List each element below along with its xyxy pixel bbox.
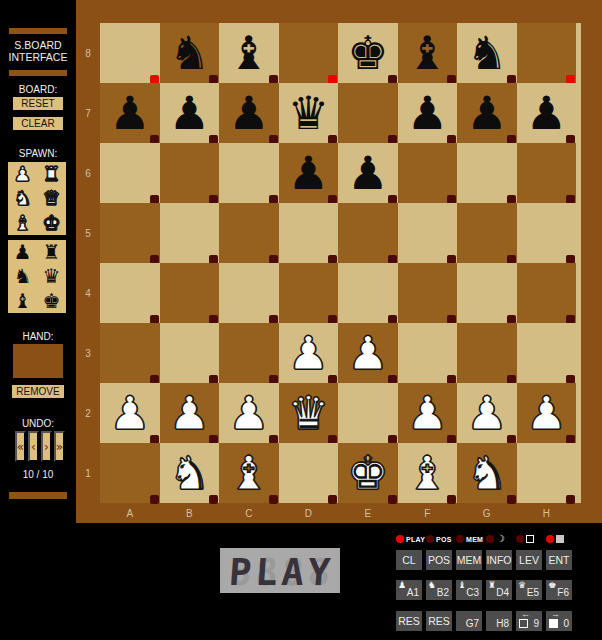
- undo-back-button[interactable]: ‹: [28, 431, 39, 462]
- square-h1[interactable]: [517, 443, 577, 503]
- black-pawn: ♟: [279, 143, 339, 203]
- square-g8[interactable]: ♞: [457, 23, 517, 83]
- rank-label-6: 6: [76, 143, 100, 203]
- board-edge-strip: [576, 23, 581, 503]
- cl-button[interactable]: CL: [396, 550, 422, 570]
- 0-button[interactable]: →0: [546, 611, 572, 631]
- h8-button[interactable]: H8: [486, 611, 512, 631]
- rank-label-2: 2: [76, 383, 100, 443]
- square-b4[interactable]: [160, 263, 220, 323]
- black-knight: ♞: [160, 23, 220, 83]
- led-off: [456, 535, 464, 543]
- spawn-black-rook[interactable]: ♜: [37, 240, 66, 264]
- spawn-white-rook[interactable]: ♜: [37, 162, 66, 186]
- button-label: 0: [563, 618, 569, 629]
- white-pawn: ♟: [338, 323, 398, 383]
- black-pawn: ♟: [160, 83, 220, 143]
- undo-counter: 10 / 10: [0, 469, 76, 480]
- spawn-white-queen[interactable]: ♛: [37, 186, 66, 210]
- white-pawn: ♟: [160, 383, 220, 443]
- square-d7[interactable]: ♛: [279, 83, 339, 143]
- square-h5[interactable]: [517, 203, 577, 263]
- square-h8[interactable]: [517, 23, 577, 83]
- square-f8[interactable]: ♝: [398, 23, 458, 83]
- spawn-black-pawn[interactable]: ♟: [8, 240, 37, 264]
- file-labels: ABCDEFGH: [100, 503, 576, 523]
- file-label-h: H: [517, 503, 577, 523]
- led-off: [426, 535, 434, 543]
- square-b1[interactable]: ♞: [160, 443, 220, 503]
- white-pawn: ♟: [398, 383, 458, 443]
- square-b8[interactable]: ♞: [160, 23, 220, 83]
- g7-button[interactable]: G7: [456, 611, 482, 631]
- black-bishop-icon: ♝: [14, 291, 32, 311]
- undo-controls: «‹›»: [15, 431, 65, 462]
- square-c6[interactable]: [219, 143, 279, 203]
- d4-button[interactable]: ♜D4: [486, 580, 512, 600]
- black-king: ♚: [338, 23, 398, 83]
- square-b6[interactable]: [160, 143, 220, 203]
- rank-label-4: 4: [76, 263, 100, 323]
- led-label: PLAY: [406, 536, 425, 543]
- square-e8[interactable]: ♚: [338, 23, 398, 83]
- mem-button[interactable]: MEM: [456, 550, 482, 570]
- black-pawn: ♟: [398, 83, 458, 143]
- white-pawn: ♟: [100, 383, 160, 443]
- spawn-section-label: SPAWN:: [0, 148, 76, 159]
- square-g5[interactable]: [457, 203, 517, 263]
- e5-button[interactable]: ♛E5: [516, 580, 542, 600]
- square-g6[interactable]: [457, 143, 517, 203]
- divider-bar: [9, 492, 67, 499]
- white-rook-icon: ♜: [43, 164, 61, 184]
- info-button[interactable]: INFO: [486, 550, 512, 570]
- led-indicator-square-filled: [546, 533, 564, 545]
- file-label-b: B: [160, 503, 220, 523]
- left-arrow-icon: ←: [521, 609, 530, 619]
- button-label: C3: [466, 587, 479, 598]
- king-icon: ♚: [548, 580, 556, 590]
- hand-section-label: HAND:: [0, 331, 76, 342]
- undo-section-label: UNDO:: [0, 418, 76, 429]
- square-d3[interactable]: ♟: [279, 323, 339, 383]
- square-e7[interactable]: [338, 83, 398, 143]
- spawn-black-queen[interactable]: ♛: [37, 264, 66, 288]
- white-knight: ♞: [457, 443, 517, 503]
- file-label-e: E: [338, 503, 398, 523]
- square-b5[interactable]: [160, 203, 220, 263]
- square-f7[interactable]: ♟: [398, 83, 458, 143]
- square-e3[interactable]: ♟: [338, 323, 398, 383]
- black-pawn: ♟: [517, 83, 577, 143]
- square-f5[interactable]: [398, 203, 458, 263]
- white-bishop: ♝: [398, 443, 458, 503]
- 9-button[interactable]: ←9: [516, 611, 542, 631]
- spawn-black-knight[interactable]: ♞: [8, 264, 37, 288]
- remove-button[interactable]: REMOVE: [12, 385, 64, 398]
- button-label: F6: [557, 587, 569, 598]
- button-label: 9: [533, 618, 539, 629]
- square-a5[interactable]: [100, 203, 160, 263]
- bishop-icon: ♝: [458, 580, 466, 590]
- square-d8[interactable]: [279, 23, 339, 83]
- square-d4[interactable]: [279, 263, 339, 323]
- square-e6[interactable]: ♟: [338, 143, 398, 203]
- sidebar: S.BOARD INTERFACE BOARD: RESET CLEAR SPA…: [0, 0, 76, 640]
- square-g7[interactable]: ♟: [457, 83, 517, 143]
- res-button-2[interactable]: RES: [426, 611, 452, 631]
- ent-button[interactable]: ENT: [546, 550, 572, 570]
- res-button-1[interactable]: RES: [396, 611, 422, 631]
- square-a7[interactable]: ♟: [100, 83, 160, 143]
- rank-label-7: 7: [76, 83, 100, 143]
- square-d6[interactable]: ♟: [279, 143, 339, 203]
- white-bishop: ♝: [219, 443, 279, 503]
- button-label: B2: [437, 587, 449, 598]
- right-arrow-icon: →: [551, 609, 560, 619]
- button-label: E5: [527, 587, 539, 598]
- lcd-text: PLAY: [227, 551, 335, 593]
- f6-button[interactable]: ♚F6: [546, 580, 572, 600]
- queen-icon: ♛: [518, 580, 526, 590]
- c3-button[interactable]: ♝C3: [456, 580, 482, 600]
- white-pawn-icon: ♟: [14, 164, 32, 184]
- square-outline-icon: [526, 535, 534, 543]
- moon-icon: ☽: [496, 534, 505, 544]
- white-king: ♚: [338, 443, 398, 503]
- square-g3[interactable]: [457, 323, 517, 383]
- square-h2[interactable]: ♟: [517, 383, 577, 443]
- square-h3[interactable]: [517, 323, 577, 383]
- led-indicator-mem: MEM: [456, 533, 483, 545]
- rank-labels: 87654321: [76, 23, 100, 503]
- lcd-display: 8888 PLAY: [220, 548, 340, 593]
- clear-button[interactable]: CLEAR: [13, 117, 63, 130]
- button-label: A1: [407, 587, 419, 598]
- square-e1[interactable]: ♚: [338, 443, 398, 503]
- square-h4[interactable]: [517, 263, 577, 323]
- spawn-white-pawn[interactable]: ♟: [8, 162, 37, 186]
- white-pawn: ♟: [457, 383, 517, 443]
- spawn-panel-white: ♟♜♞♛♝♚: [8, 162, 66, 235]
- square-e5[interactable]: [338, 203, 398, 263]
- sidebar-title-line1: S.BOARD: [0, 39, 76, 51]
- divider-bar: [9, 28, 67, 34]
- spawn-white-knight[interactable]: ♞: [8, 186, 37, 210]
- square-g1[interactable]: ♞: [457, 443, 517, 503]
- black-knight-icon: ♞: [14, 266, 32, 286]
- button-label: H8: [496, 618, 509, 629]
- white-pawn: ♟: [517, 383, 577, 443]
- square-a3[interactable]: [100, 323, 160, 383]
- black-rook-icon: ♜: [43, 242, 61, 262]
- square-f4[interactable]: [398, 263, 458, 323]
- black-pawn: ♟: [100, 83, 160, 143]
- a1-button[interactable]: ♟A1: [396, 580, 422, 600]
- file-label-a: A: [100, 503, 160, 523]
- file-label-c: C: [219, 503, 279, 523]
- undo-end-button[interactable]: »: [54, 431, 65, 462]
- square-f1[interactable]: ♝: [398, 443, 458, 503]
- chess-board: 87654321 ♞♝♚♝♞♟♟♟♛♟♟♟♟♟♟♟♟♟♟♛♟♟♟♞♝♚♝♞ AB…: [76, 0, 602, 523]
- led-on: [396, 535, 404, 543]
- black-bishop: ♝: [219, 23, 279, 83]
- divider-bar: [9, 70, 67, 76]
- lev-button[interactable]: LEV: [516, 550, 542, 570]
- square-g2[interactable]: ♟: [457, 383, 517, 443]
- white-knight-icon: ♞: [14, 188, 32, 208]
- square-f2[interactable]: ♟: [398, 383, 458, 443]
- square-c7[interactable]: ♟: [219, 83, 279, 143]
- board-section-label: BOARD:: [0, 84, 76, 95]
- square-b3[interactable]: [160, 323, 220, 383]
- rank-label-5: 5: [76, 203, 100, 263]
- button-label: G7: [466, 618, 479, 629]
- rook-icon: ♜: [488, 580, 496, 590]
- square-b2[interactable]: ♟: [160, 383, 220, 443]
- square-d5[interactable]: [279, 203, 339, 263]
- led-label: MEM: [466, 536, 483, 543]
- square-b7[interactable]: ♟: [160, 83, 220, 143]
- square-d1[interactable]: [279, 443, 339, 503]
- reset-button[interactable]: RESET: [13, 97, 63, 110]
- square-d2[interactable]: ♛: [279, 383, 339, 443]
- b2-button[interactable]: ♞B2: [426, 580, 452, 600]
- hand-slot[interactable]: [13, 344, 63, 378]
- white-knight: ♞: [160, 443, 220, 503]
- led-indicator-pos: POS: [426, 533, 452, 545]
- square-a2[interactable]: ♟: [100, 383, 160, 443]
- square-c2[interactable]: ♟: [219, 383, 279, 443]
- square-f3[interactable]: [398, 323, 458, 383]
- undo-forward-button[interactable]: ›: [41, 431, 52, 462]
- file-label-g: G: [457, 503, 517, 523]
- black-bishop: ♝: [398, 23, 458, 83]
- black-queen-icon: ♛: [43, 266, 61, 286]
- square-c3[interactable]: [219, 323, 279, 383]
- square-h7[interactable]: ♟: [517, 83, 577, 143]
- square-c1[interactable]: ♝: [219, 443, 279, 503]
- button-label: D4: [496, 587, 509, 598]
- square-g4[interactable]: [457, 263, 517, 323]
- rank-label-3: 3: [76, 323, 100, 383]
- led-indicator-play: PLAY: [396, 533, 425, 545]
- sidebar-title-line2: INTERFACE: [0, 51, 76, 63]
- black-pawn: ♟: [219, 83, 279, 143]
- undo-start-button[interactable]: «: [15, 431, 26, 462]
- spawn-panel-black: ♟♜♞♛♝♚: [8, 240, 66, 313]
- square-c4[interactable]: [219, 263, 279, 323]
- black-knight: ♞: [457, 23, 517, 83]
- knight-icon: ♞: [428, 580, 436, 590]
- black-pawn-icon: ♟: [14, 242, 32, 262]
- square-c5[interactable]: [219, 203, 279, 263]
- spawn-white-king[interactable]: ♚: [37, 211, 66, 235]
- square-e4[interactable]: [338, 263, 398, 323]
- rank-label-1: 1: [76, 443, 100, 503]
- pawn-icon: ♟: [398, 580, 406, 590]
- led-off: [516, 535, 524, 543]
- led-off: [486, 535, 494, 543]
- file-label-f: F: [398, 503, 458, 523]
- spawn-black-bishop[interactable]: ♝: [8, 289, 37, 313]
- square-filled-icon: [549, 619, 558, 628]
- square-a1[interactable]: [100, 443, 160, 503]
- square-a8[interactable]: [100, 23, 160, 83]
- spawn-black-king[interactable]: ♚: [37, 289, 66, 313]
- black-queen: ♛: [279, 83, 339, 143]
- white-queen-icon: ♛: [43, 188, 61, 208]
- square-h6[interactable]: [517, 143, 577, 203]
- led-label: POS: [436, 536, 452, 543]
- led-indicator-square-outline: [516, 533, 534, 545]
- square-outline-icon: [519, 619, 528, 628]
- board-squares: ♞♝♚♝♞♟♟♟♛♟♟♟♟♟♟♟♟♟♟♛♟♟♟♞♝♚♝♞: [100, 23, 576, 503]
- white-pawn: ♟: [279, 323, 339, 383]
- white-king-icon: ♚: [43, 213, 61, 233]
- square-filled-icon: [556, 535, 564, 543]
- black-pawn: ♟: [457, 83, 517, 143]
- pos-button[interactable]: POS: [426, 550, 452, 570]
- led-on: [546, 535, 554, 543]
- file-label-d: D: [279, 503, 339, 523]
- square-e2[interactable]: [338, 383, 398, 443]
- control-panel: PLAYPOSMEM☽CLPOSMEMINFOLEVENT♟A1♞B2♝C3♜D…: [390, 533, 602, 640]
- white-pawn: ♟: [219, 383, 279, 443]
- rank-label-8: 8: [76, 23, 100, 83]
- square-f6[interactable]: [398, 143, 458, 203]
- square-a4[interactable]: [100, 263, 160, 323]
- white-queen: ♛: [279, 383, 339, 443]
- black-pawn: ♟: [338, 143, 398, 203]
- black-king-icon: ♚: [43, 291, 61, 311]
- white-bishop-icon: ♝: [14, 213, 32, 233]
- square-c8[interactable]: ♝: [219, 23, 279, 83]
- led-indicator-moon: ☽: [486, 533, 505, 545]
- spawn-white-bishop[interactable]: ♝: [8, 211, 37, 235]
- square-a6[interactable]: [100, 143, 160, 203]
